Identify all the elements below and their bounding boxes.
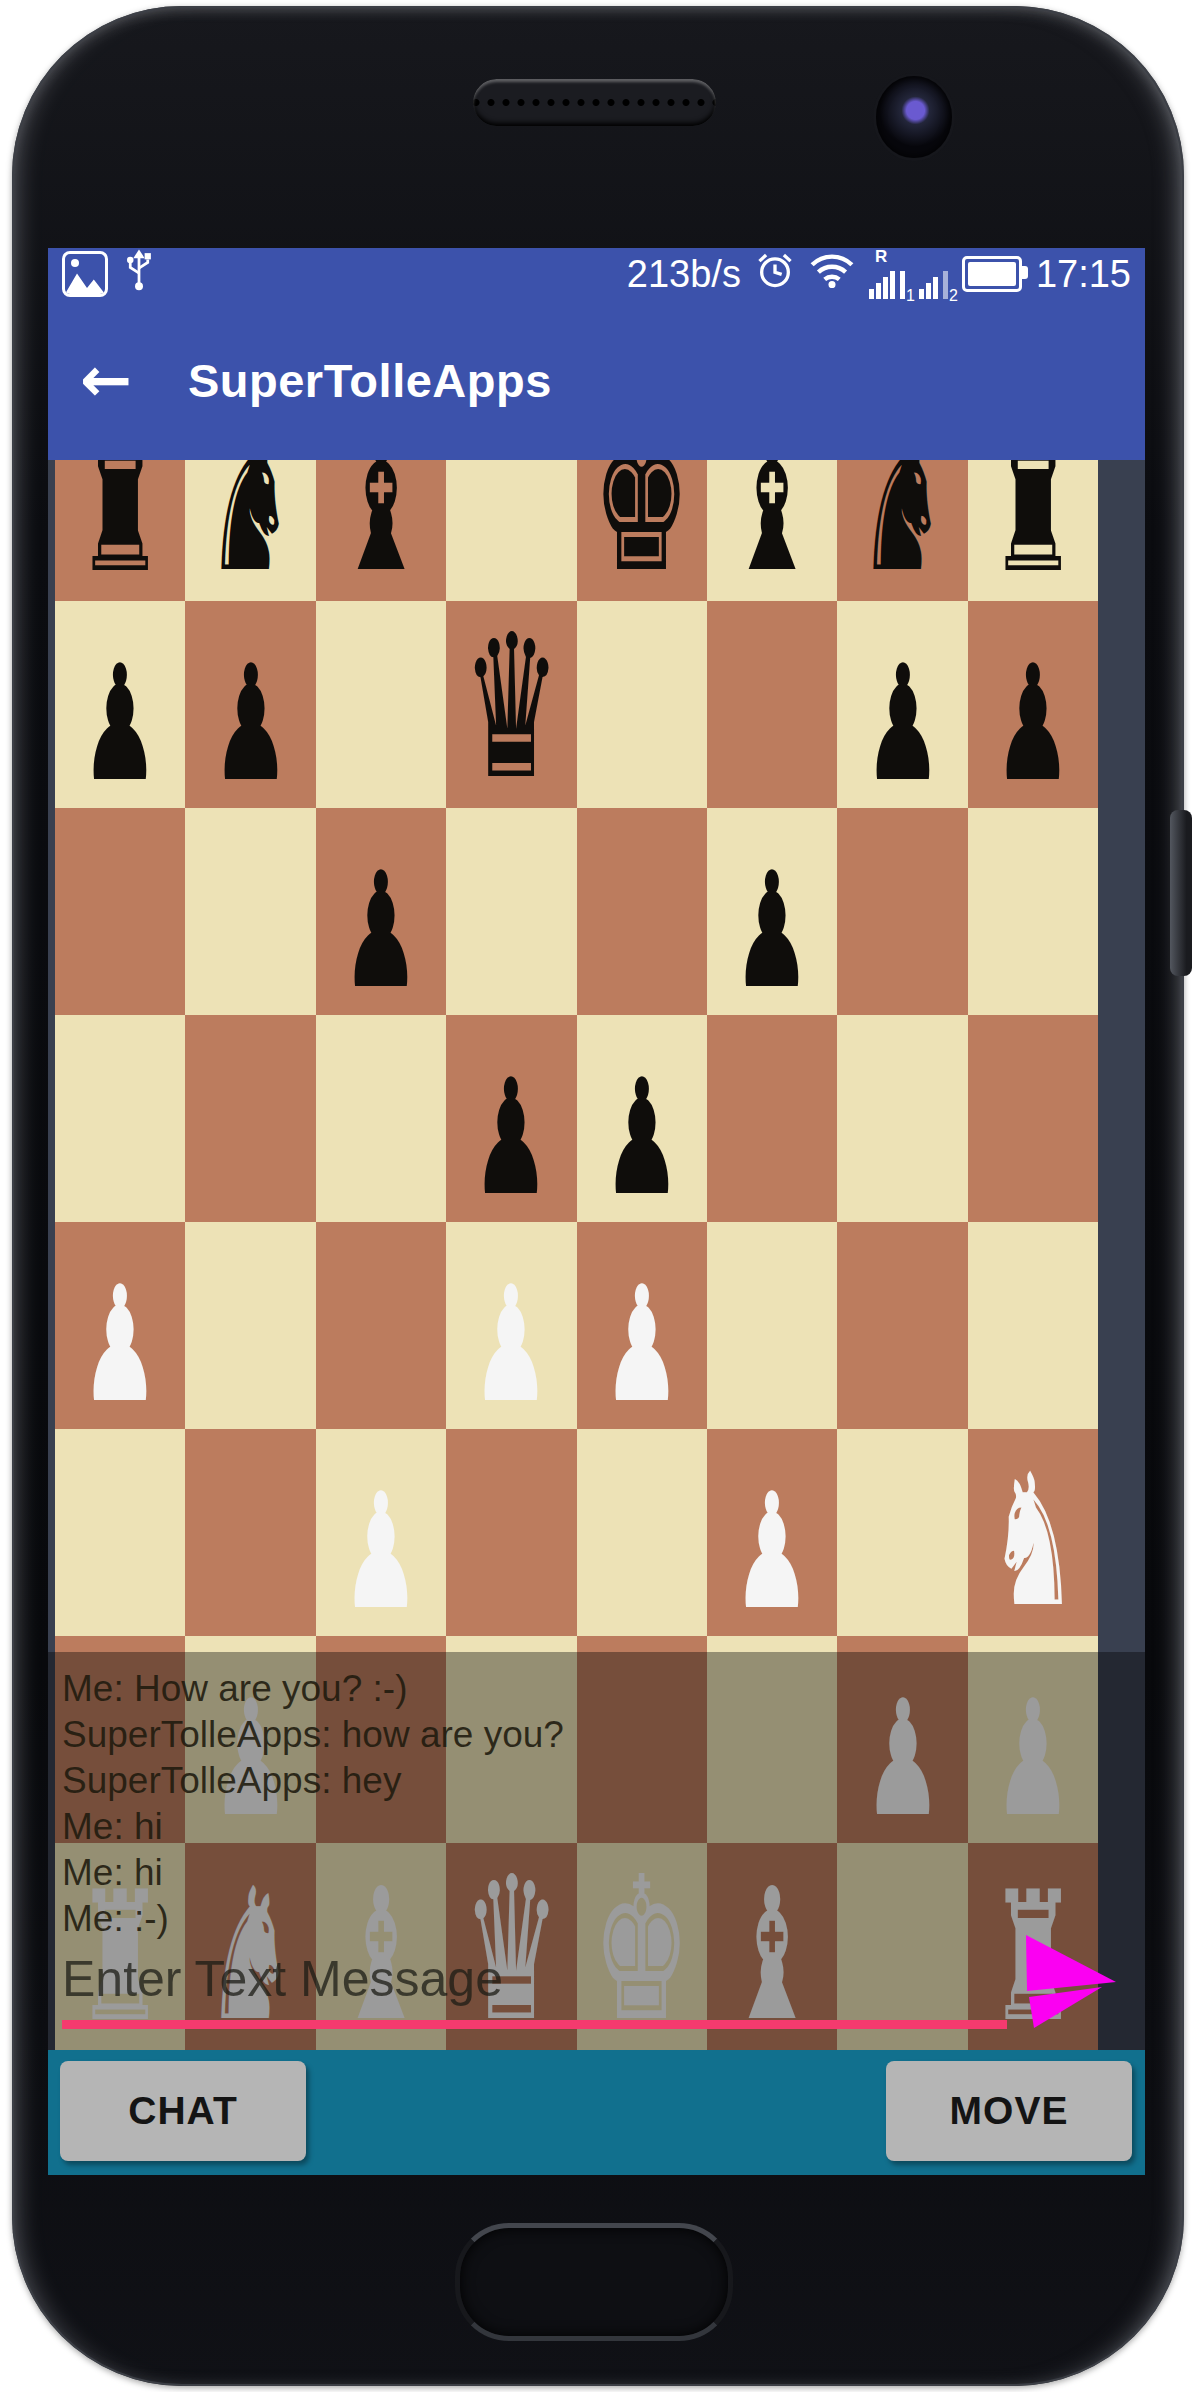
square-h7[interactable]: ♟	[968, 601, 1098, 808]
square-d8[interactable]	[446, 460, 576, 601]
page-title: SuperTolleApps	[188, 353, 552, 408]
chat-message: Me: :-)	[62, 1896, 564, 1942]
piece-black-rook[interactable]: ♜	[76, 460, 164, 591]
square-a7[interactable]: ♟	[55, 601, 185, 808]
chat-message: Me: How are you? :-)	[62, 1666, 564, 1712]
gallery-icon	[62, 251, 108, 297]
piece-black-king[interactable]: ♚	[593, 460, 691, 591]
square-f3[interactable]: ♟	[707, 1429, 837, 1636]
square-g3[interactable]	[837, 1429, 967, 1636]
piece-black-bishop[interactable]: ♝	[727, 460, 817, 591]
square-f6[interactable]: ♟	[707, 808, 837, 1015]
power-button	[1170, 810, 1192, 976]
back-arrow-icon[interactable]: ←	[80, 349, 132, 411]
square-c3[interactable]: ♟	[316, 1429, 446, 1636]
piece-black-pawn[interactable]: ♟	[341, 858, 420, 1005]
board-area: ♜♞♝♚♝♞♜♟♟♛♟♟♟♟♟♟♟♟♟♟♟♞♟♟♟♜♞♝♛♚♝♜ Me: How…	[48, 460, 1145, 2050]
piece-black-pawn[interactable]: ♟	[602, 1065, 681, 1212]
square-f5[interactable]	[707, 1015, 837, 1222]
square-c7[interactable]	[316, 601, 446, 808]
chat-message: Me: hi	[62, 1850, 564, 1896]
piece-white-pawn[interactable]: ♟	[341, 1479, 420, 1626]
square-e5[interactable]: ♟	[577, 1015, 707, 1222]
piece-black-pawn[interactable]: ♟	[472, 1065, 551, 1212]
square-f8[interactable]: ♝	[707, 460, 837, 601]
move-button[interactable]: MOVE	[886, 2061, 1132, 2161]
square-c5[interactable]	[316, 1015, 446, 1222]
input-underline	[62, 2020, 1007, 2029]
square-f4[interactable]	[707, 1222, 837, 1429]
piece-white-pawn[interactable]: ♟	[602, 1272, 681, 1419]
speaker-grille-icon	[473, 79, 716, 126]
piece-black-pawn[interactable]: ♟	[993, 651, 1072, 798]
square-b6[interactable]	[185, 808, 315, 1015]
wifi-icon	[809, 252, 855, 297]
chat-message: SuperTolleApps: hey	[62, 1758, 564, 1804]
network-speed: 213b/s	[627, 253, 741, 296]
app-screen: 213b/s	[48, 248, 1145, 2175]
piece-black-bishop[interactable]: ♝	[336, 460, 426, 591]
square-e8[interactable]: ♚	[577, 460, 707, 601]
square-e7[interactable]	[577, 601, 707, 808]
square-g6[interactable]	[837, 808, 967, 1015]
square-g4[interactable]	[837, 1222, 967, 1429]
square-f7[interactable]	[707, 601, 837, 808]
square-h5[interactable]	[968, 1015, 1098, 1222]
chat-overlay: Me: How are you? :-)SuperTolleApps: how …	[48, 1652, 1145, 2050]
chat-button[interactable]: CHAT	[60, 2061, 306, 2161]
square-h8[interactable]: ♜	[968, 460, 1098, 601]
signal-sim1-icon: R 1	[869, 249, 905, 299]
square-b7[interactable]: ♟	[185, 601, 315, 808]
square-d7[interactable]: ♛	[446, 601, 576, 808]
square-b5[interactable]	[185, 1015, 315, 1222]
piece-black-pawn[interactable]: ♟	[211, 651, 290, 798]
piece-white-pawn[interactable]: ♟	[472, 1272, 551, 1419]
square-a8[interactable]: ♜	[55, 460, 185, 601]
square-e4[interactable]: ♟	[577, 1222, 707, 1429]
square-h6[interactable]	[968, 808, 1098, 1015]
piece-black-pawn[interactable]: ♟	[81, 651, 160, 798]
square-b4[interactable]	[185, 1222, 315, 1429]
front-camera-icon	[876, 76, 952, 158]
piece-white-pawn[interactable]: ♟	[81, 1272, 160, 1419]
square-a3[interactable]	[55, 1429, 185, 1636]
chat-message: Me: hi	[62, 1804, 564, 1850]
piece-black-knight[interactable]: ♞	[206, 460, 296, 591]
square-c6[interactable]: ♟	[316, 808, 446, 1015]
home-button[interactable]	[455, 2223, 733, 2341]
piece-white-knight[interactable]: ♞	[988, 1458, 1078, 1626]
square-a6[interactable]	[55, 808, 185, 1015]
status-bar: 213b/s	[48, 248, 1145, 300]
square-g8[interactable]: ♞	[837, 460, 967, 601]
square-a5[interactable]	[55, 1015, 185, 1222]
alarm-clock-icon	[755, 250, 795, 299]
square-g7[interactable]: ♟	[837, 601, 967, 808]
square-e6[interactable]	[577, 808, 707, 1015]
message-input[interactable]: Enter Text Message	[62, 1950, 503, 2008]
signal-sim2-icon: 2	[919, 249, 948, 299]
bottom-bar: CHAT MOVE	[48, 2050, 1145, 2175]
square-c8[interactable]: ♝	[316, 460, 446, 601]
send-button[interactable]	[1026, 1935, 1119, 2028]
clock-time: 17:15	[1036, 253, 1131, 296]
square-b3[interactable]	[185, 1429, 315, 1636]
piece-black-pawn[interactable]: ♟	[733, 858, 812, 1005]
square-b8[interactable]: ♞	[185, 460, 315, 601]
square-h4[interactable]	[968, 1222, 1098, 1429]
square-c4[interactable]	[316, 1222, 446, 1429]
square-g5[interactable]	[837, 1015, 967, 1222]
square-e3[interactable]	[577, 1429, 707, 1636]
piece-black-rook[interactable]: ♜	[989, 460, 1077, 591]
square-a4[interactable]: ♟	[55, 1222, 185, 1429]
usb-icon	[124, 249, 154, 300]
piece-black-queen[interactable]: ♛	[462, 615, 560, 798]
app-bar: ← SuperTolleApps	[48, 300, 1145, 460]
phone-frame: 213b/s	[12, 6, 1184, 2386]
square-d3[interactable]	[446, 1429, 576, 1636]
square-d5[interactable]: ♟	[446, 1015, 576, 1222]
piece-black-pawn[interactable]: ♟	[863, 651, 942, 798]
chat-message: SuperTolleApps: how are you?	[62, 1712, 564, 1758]
square-h3[interactable]: ♞	[968, 1429, 1098, 1636]
piece-white-pawn[interactable]: ♟	[733, 1479, 812, 1626]
chat-messages: Me: How are you? :-)SuperTolleApps: how …	[62, 1666, 564, 1942]
square-d6[interactable]	[446, 808, 576, 1015]
battery-icon	[962, 256, 1022, 292]
square-d4[interactable]: ♟	[446, 1222, 576, 1429]
piece-black-knight[interactable]: ♞	[857, 460, 947, 591]
